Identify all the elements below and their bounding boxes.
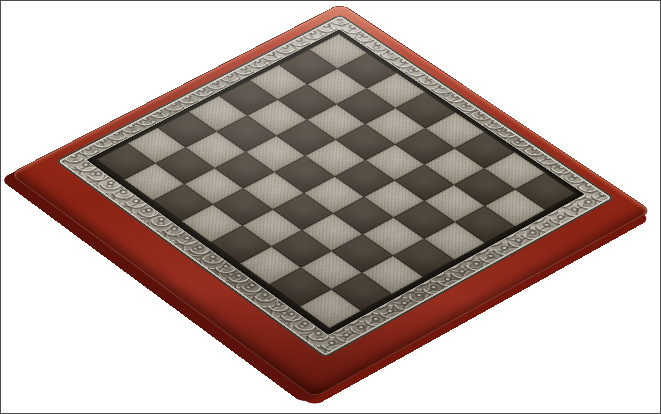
product-photo (0, 0, 661, 414)
chess-board (10, 4, 651, 398)
